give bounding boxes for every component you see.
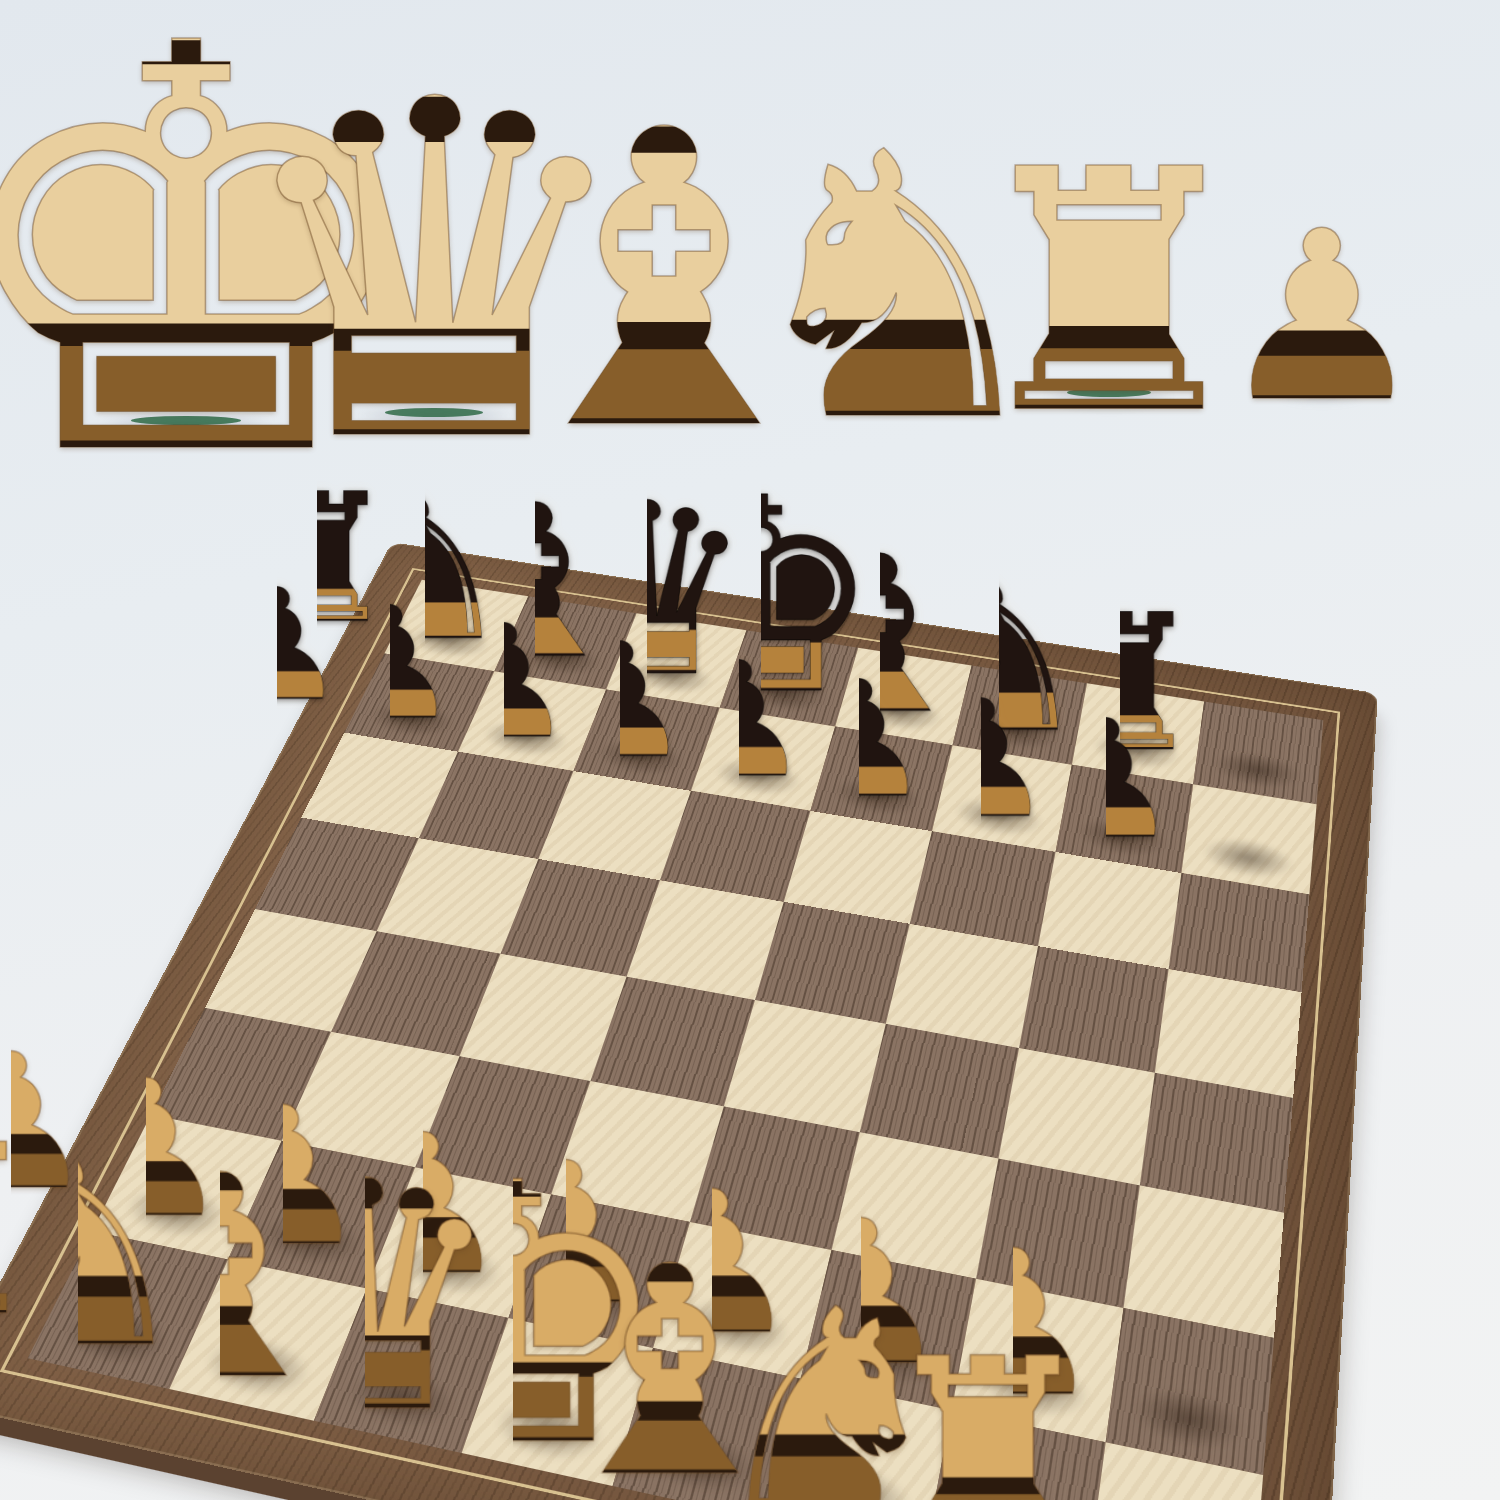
- display-piece-lineup: ♚♚♚♚♛♛♛♛♝♝♝♝♞♞♞♜♜♜♟♟♟: [0, 0, 1500, 1500]
- piece-glyph: ♟: [1022, 200, 1500, 434]
